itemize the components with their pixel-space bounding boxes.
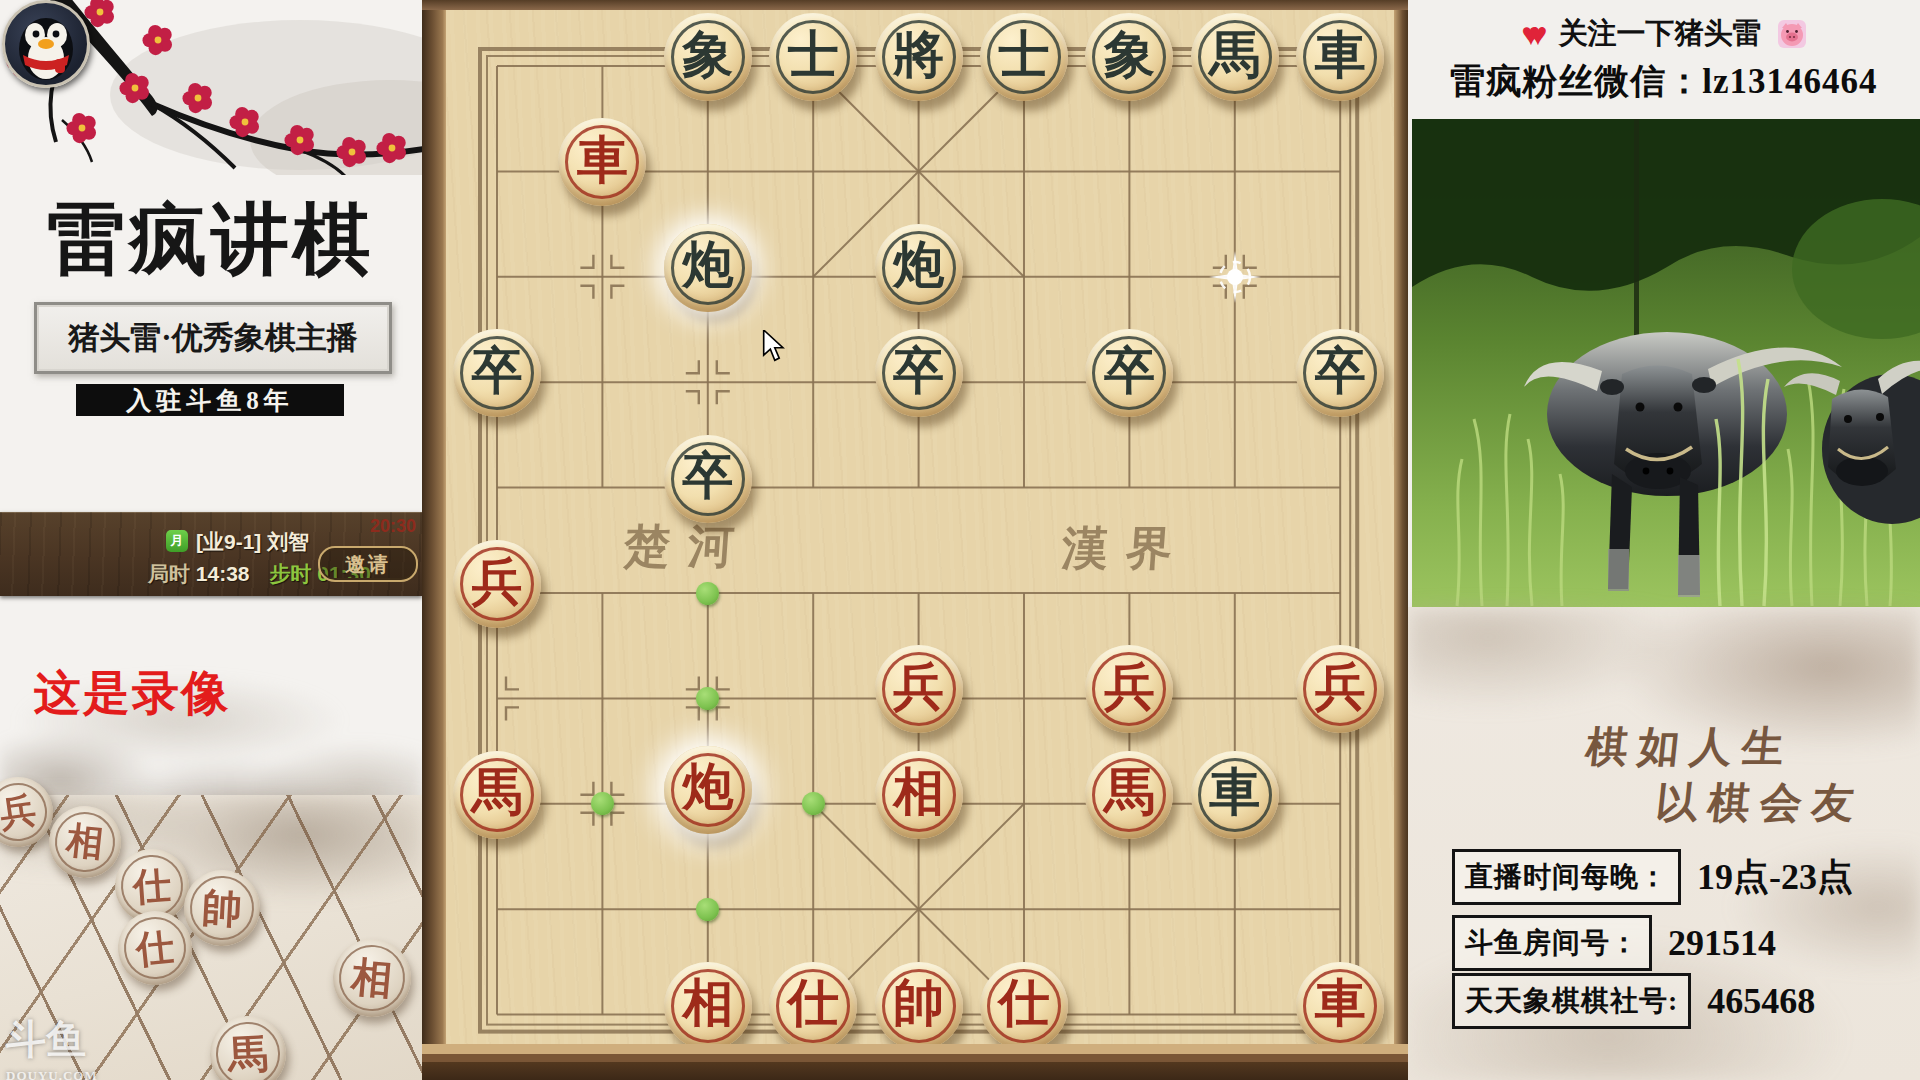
piece-glyph: 相 <box>664 960 752 1048</box>
motto-line-1: 棋如人生 <box>1583 719 1797 775</box>
xiangqi-piece-black-車-23[interactable]: 車 <box>1191 751 1279 839</box>
piece-glyph: 相 <box>875 749 963 837</box>
qq-penguin-icon <box>5 3 87 85</box>
piece-glyph: 士 <box>769 11 857 99</box>
motto-line-2: 以棋会友 <box>1653 775 1867 831</box>
piece-glyph: 卒 <box>1296 327 1384 415</box>
piece-glyph: 象 <box>664 11 752 99</box>
piece-glyph: 卒 <box>1085 327 1173 415</box>
xiangqi-piece-red-兵-18[interactable]: 兵 <box>1296 645 1384 733</box>
piece-glyph: 炮 <box>664 744 752 832</box>
xiangqi-piece-black-將-2[interactable]: 將 <box>875 13 963 101</box>
xiangqi-piece-black-士-3[interactable]: 士 <box>980 13 1068 101</box>
board-frame-top <box>422 0 1408 10</box>
room-number-label: 斗鱼房间号： <box>1452 915 1652 971</box>
invite-button[interactable]: 邀请 <box>318 546 418 582</box>
mouse-cursor <box>762 330 792 364</box>
xiangqi-piece-red-仕-25[interactable]: 仕 <box>769 962 857 1050</box>
piece-glyph: 兵 <box>1296 643 1384 731</box>
xiangqi-piece-red-馬-19[interactable]: 馬 <box>453 751 541 839</box>
follow-header: ♥♥ 关注一下猪头雷 雷疯粉丝微信：lz13146464 <box>1408 0 1920 119</box>
right-ink-section: 棋如人生 以棋会友 直播时间每晚： 19点-23点 斗鱼房间号： 291514 … <box>1408 607 1920 1080</box>
xiangqi-piece-black-卒-10[interactable]: 卒 <box>453 329 541 417</box>
piece-glyph: 馬 <box>453 749 541 837</box>
xiangqi-board[interactable]: 楚河 漢界 象士將士象馬車車炮炮卒卒卒卒卒兵兵兵兵馬炮相馬車相仕帥仕車 <box>422 0 1408 1080</box>
piece-glyph: 卒 <box>875 327 963 415</box>
piece-glyph: 兵 <box>453 538 541 626</box>
wechat-contact: 雷疯粉丝微信：lz13146464 <box>1408 58 1920 105</box>
pig-emoji-icon <box>1777 19 1807 49</box>
left-sidebar: 雷疯讲棋 猪头雷·优秀象棋主播 入驻斗鱼8年 这是录像 兵相仕帥仕相馬 斗鱼 D… <box>0 0 422 1080</box>
piece-glyph: 兵 <box>875 643 963 731</box>
river-label-han: 漢界 <box>1060 518 1192 580</box>
xiangqi-piece-red-兵-15[interactable]: 兵 <box>453 540 541 628</box>
piece-glyph: 卒 <box>453 327 541 415</box>
player-name: [业9-1] 刘智 <box>196 528 309 556</box>
subtitle-banner: 猪头雷·优秀象棋主播 <box>34 302 392 374</box>
piece-glyph: 仕 <box>980 960 1068 1048</box>
water-buffalo-photo <box>1412 119 1920 607</box>
piece-glyph: 炮 <box>875 222 963 310</box>
xiangqi-piece-black-炮-8[interactable]: 炮 <box>664 224 752 312</box>
club-number-label: 天天象棋棋社号: <box>1452 973 1691 1029</box>
right-sidebar: ♥♥ 关注一下猪头雷 雷疯粉丝微信：lz13146464 <box>1408 0 1920 1080</box>
xiangqi-piece-black-卒-12[interactable]: 卒 <box>1085 329 1173 417</box>
board-frame-left <box>422 0 446 1080</box>
board-frame-right <box>1394 0 1408 1080</box>
piece-glyph: 士 <box>980 11 1068 99</box>
xiangqi-piece-black-炮-9[interactable]: 炮 <box>875 224 963 312</box>
hearts-icon: ♥♥ <box>1521 16 1535 52</box>
xiangqi-piece-red-帥-26[interactable]: 帥 <box>875 962 963 1050</box>
piece-glyph: 兵 <box>1085 643 1173 731</box>
stream-screenshot: 雷疯讲棋 猪头雷·优秀象棋主播 入驻斗鱼8年 这是录像 兵相仕帥仕相馬 斗鱼 D… <box>0 0 1920 1080</box>
xiangqi-piece-red-車-7[interactable]: 車 <box>558 118 646 206</box>
years-banner-text: 入驻斗鱼8年 <box>126 384 294 417</box>
river-label-chu: 楚河 <box>622 516 754 578</box>
stream-time-value: 19点-23点 <box>1697 853 1853 902</box>
piece-glyph: 車 <box>1296 960 1384 1048</box>
xiangqi-piece-red-炮-20[interactable]: 炮 <box>664 746 752 834</box>
xiangqi-piece-red-仕-27[interactable]: 仕 <box>980 962 1068 1050</box>
piece-glyph: 車 <box>1296 11 1384 99</box>
xiangqi-piece-black-卒-13[interactable]: 卒 <box>1296 329 1384 417</box>
subtitle-text: 猪头雷·优秀象棋主播 <box>68 317 357 359</box>
move-target-dot-2[interactable] <box>696 898 719 921</box>
move-target-dot-4[interactable] <box>802 792 825 815</box>
xiangqi-piece-black-車-6[interactable]: 車 <box>1296 13 1384 101</box>
xiangqi-piece-red-相-24[interactable]: 相 <box>664 962 752 1050</box>
xiangqi-piece-red-車-28[interactable]: 車 <box>1296 962 1384 1050</box>
move-target-dot-0[interactable] <box>696 582 719 605</box>
piece-glyph: 車 <box>558 116 646 204</box>
player-clock: 20:30 <box>370 516 416 537</box>
years-banner: 入驻斗鱼8年 <box>76 384 344 416</box>
douyu-watermark: 斗鱼 DOUYU.COM <box>6 1022 98 1080</box>
piece-glyph: 將 <box>875 11 963 99</box>
xiangqi-piece-black-象-4[interactable]: 象 <box>1085 13 1173 101</box>
room-number-value: 291514 <box>1668 922 1776 964</box>
club-number-value: 465468 <box>1707 980 1815 1022</box>
xiangqi-piece-black-馬-5[interactable]: 馬 <box>1191 13 1279 101</box>
rank-badge-icon: 月 <box>166 530 188 552</box>
xiangqi-piece-black-象-0[interactable]: 象 <box>664 13 752 101</box>
player-avatar <box>2 0 90 88</box>
sparkle-effect <box>1203 245 1267 309</box>
xiangqi-piece-red-兵-16[interactable]: 兵 <box>875 645 963 733</box>
xiangqi-piece-red-兵-17[interactable]: 兵 <box>1085 645 1173 733</box>
board-frame-bottom <box>422 1044 1408 1080</box>
piece-glyph: 馬 <box>1191 11 1279 99</box>
channel-title: 雷疯讲棋 <box>0 188 422 293</box>
piece-glyph: 車 <box>1191 749 1279 837</box>
xiangqi-piece-black-卒-14[interactable]: 卒 <box>664 435 752 523</box>
piece-glyph: 馬 <box>1085 749 1173 837</box>
replay-note: 这是录像 <box>34 662 230 725</box>
club-number-row: 天天象棋棋社号: 465468 <box>1452 973 1815 1029</box>
xiangqi-piece-red-相-21[interactable]: 相 <box>875 751 963 839</box>
piece-glyph: 仕 <box>769 960 857 1048</box>
stream-time-row: 直播时间每晚： 19点-23点 <box>1452 849 1853 905</box>
piece-glyph: 象 <box>1085 11 1173 99</box>
piece-glyph: 卒 <box>664 433 752 521</box>
xiangqi-piece-red-馬-22[interactable]: 馬 <box>1085 751 1173 839</box>
piece-glyph: 炮 <box>664 222 752 310</box>
xiangqi-piece-black-卒-11[interactable]: 卒 <box>875 329 963 417</box>
room-number-row: 斗鱼房间号： 291514 <box>1452 915 1776 971</box>
stream-time-label: 直播时间每晚： <box>1452 849 1681 905</box>
follow-line: ♥♥ 关注一下猪头雷 <box>1408 14 1920 54</box>
piece-glyph: 帥 <box>875 960 963 1048</box>
xiangqi-piece-black-士-1[interactable]: 士 <box>769 13 857 101</box>
